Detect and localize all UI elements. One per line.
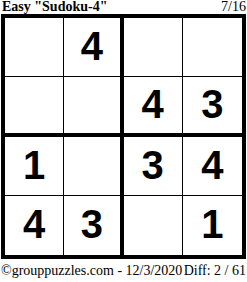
cell-r2c4-given: 3 <box>183 77 242 136</box>
cell-r1c1-empty[interactable] <box>5 18 64 77</box>
cell-r3c3-given: 3 <box>124 137 183 196</box>
difficulty-text: Diff: 2 / 61 <box>184 264 246 278</box>
page-number: 7/16 <box>221 1 246 13</box>
sudoku-page: Easy "Sudoku-4" 7/16 443134431 ©grouppuz… <box>0 0 247 282</box>
cell-r3c4-given: 4 <box>183 137 242 196</box>
sudoku-board: 443134431 <box>1 14 246 259</box>
header: Easy "Sudoku-4" 7/16 <box>1 1 246 14</box>
footer: ©grouppuzzles.com - 12/3/2020 Diff: 2 / … <box>1 264 246 278</box>
cell-r2c3-given: 4 <box>124 77 183 136</box>
cell-r1c3-empty[interactable] <box>124 18 183 77</box>
puzzle-title: Easy "Sudoku-4" <box>2 1 107 13</box>
cell-r4c2-given: 3 <box>64 196 123 255</box>
cell-r4c1-given: 4 <box>5 196 64 255</box>
cell-r4c4-given: 1 <box>183 196 242 255</box>
cell-r1c4-empty[interactable] <box>183 18 242 77</box>
cell-r4c3-empty[interactable] <box>124 196 183 255</box>
copyright-text: ©grouppuzzles.com - 12/3/2020 <box>1 264 182 278</box>
cell-r2c1-empty[interactable] <box>5 77 64 136</box>
cell-r3c2-empty[interactable] <box>64 137 123 196</box>
cell-r2c2-empty[interactable] <box>64 77 123 136</box>
cell-r1c2-given: 4 <box>64 18 123 77</box>
cell-r3c1-given: 1 <box>5 137 64 196</box>
